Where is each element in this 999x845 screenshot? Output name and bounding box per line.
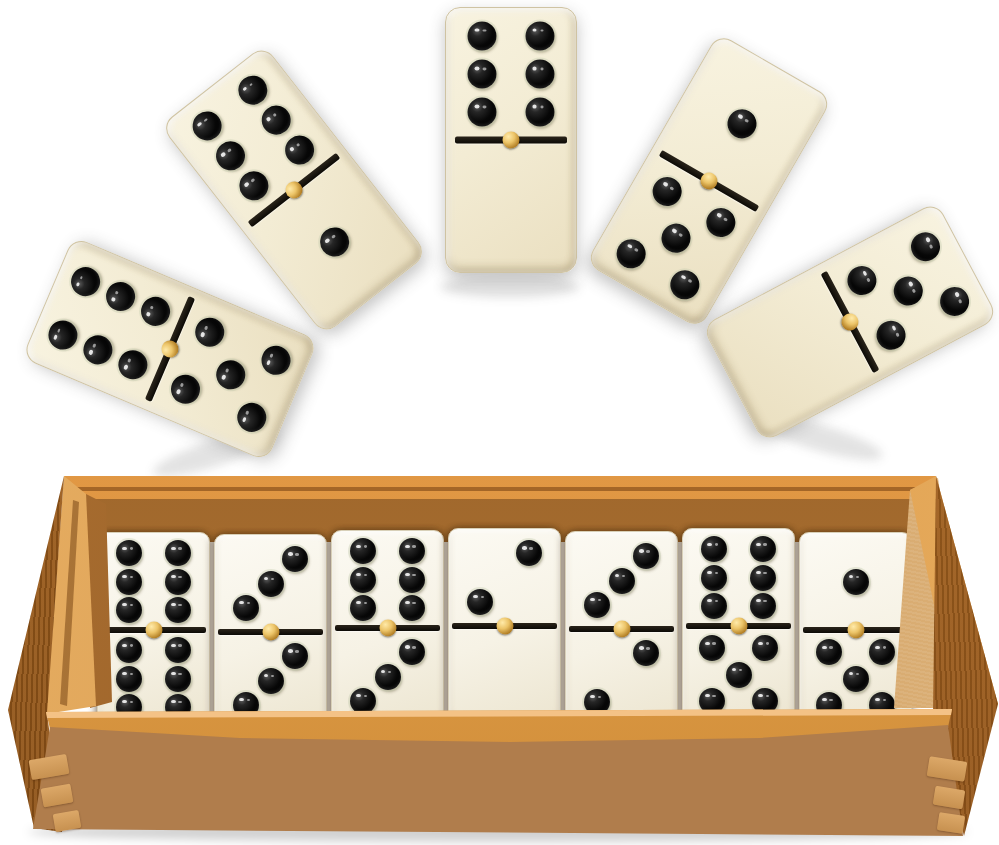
pip bbox=[647, 172, 687, 212]
pip bbox=[257, 341, 295, 379]
brass-spinner bbox=[379, 620, 396, 637]
pip bbox=[165, 597, 191, 623]
brass-spinner bbox=[847, 622, 864, 639]
domino-half-0 bbox=[446, 140, 576, 272]
pip bbox=[165, 569, 191, 595]
pip bbox=[843, 569, 869, 595]
pip bbox=[234, 165, 275, 206]
box-domino-6-3 bbox=[331, 530, 444, 726]
pip bbox=[187, 105, 228, 146]
domino-half-3 bbox=[215, 535, 326, 632]
pip bbox=[165, 666, 191, 692]
pip bbox=[872, 316, 911, 355]
pip bbox=[116, 569, 142, 595]
box-domino-2-0 bbox=[448, 528, 561, 724]
pip bbox=[167, 371, 205, 409]
pip bbox=[843, 666, 869, 692]
pip bbox=[633, 543, 659, 569]
pip bbox=[399, 639, 425, 665]
pip bbox=[869, 639, 895, 665]
pip bbox=[889, 271, 928, 310]
pip bbox=[233, 595, 259, 621]
domino-set-product-photo bbox=[0, 0, 999, 845]
pip bbox=[137, 293, 175, 331]
pip bbox=[101, 278, 139, 316]
pip bbox=[468, 98, 497, 127]
fan-domino-6-0 bbox=[445, 7, 577, 273]
pip bbox=[79, 331, 117, 369]
pip bbox=[468, 21, 497, 50]
pip bbox=[116, 666, 142, 692]
pip bbox=[258, 668, 284, 694]
pip bbox=[256, 100, 297, 141]
brass-spinner bbox=[496, 618, 513, 635]
pip bbox=[165, 540, 191, 566]
domino-half-3 bbox=[566, 532, 677, 629]
pip bbox=[212, 356, 250, 394]
pip bbox=[525, 60, 554, 89]
box-domino-3-2 bbox=[565, 531, 678, 727]
pip bbox=[282, 546, 308, 572]
pip bbox=[399, 538, 425, 564]
pip bbox=[66, 263, 104, 301]
pip bbox=[701, 593, 727, 619]
pip bbox=[726, 662, 752, 688]
pip bbox=[752, 635, 778, 661]
pip bbox=[750, 593, 776, 619]
pip bbox=[258, 571, 284, 597]
pip bbox=[116, 597, 142, 623]
pip bbox=[611, 234, 651, 274]
pip bbox=[165, 637, 191, 663]
domino-half-1 bbox=[800, 533, 911, 630]
pip bbox=[350, 595, 376, 621]
pip bbox=[116, 637, 142, 663]
pip bbox=[525, 98, 554, 127]
domino-half-0 bbox=[449, 626, 560, 723]
brass-spinner bbox=[262, 624, 279, 641]
pip bbox=[232, 398, 270, 436]
pip bbox=[399, 595, 425, 621]
domino-half-6 bbox=[98, 533, 209, 630]
fan-tile-cast-shadow bbox=[440, 276, 580, 298]
pip bbox=[935, 282, 974, 321]
pip bbox=[701, 203, 741, 243]
pip bbox=[584, 592, 610, 618]
pip bbox=[843, 261, 882, 300]
pip bbox=[467, 589, 493, 615]
domino-half-3 bbox=[332, 628, 443, 725]
domino-half-5 bbox=[683, 626, 794, 723]
pip bbox=[722, 104, 762, 144]
box-domino-3-3 bbox=[214, 534, 327, 730]
pip bbox=[44, 316, 82, 354]
pip bbox=[399, 567, 425, 593]
domino-half-6 bbox=[332, 531, 443, 628]
finger-joint bbox=[937, 812, 965, 834]
pip bbox=[750, 565, 776, 591]
pip bbox=[350, 567, 376, 593]
pip bbox=[468, 60, 497, 89]
pip bbox=[210, 135, 251, 176]
pip bbox=[232, 70, 273, 111]
pip bbox=[116, 540, 142, 566]
brass-spinner bbox=[503, 132, 520, 149]
pip bbox=[279, 130, 320, 171]
pip bbox=[699, 635, 725, 661]
domino-half-6 bbox=[446, 8, 576, 140]
brass-spinner bbox=[613, 621, 630, 638]
pip bbox=[314, 222, 355, 263]
pip bbox=[701, 536, 727, 562]
pip bbox=[350, 538, 376, 564]
pip bbox=[905, 227, 944, 266]
domino-half-6 bbox=[683, 529, 794, 626]
pip bbox=[609, 568, 635, 594]
pip bbox=[350, 688, 376, 714]
pip bbox=[525, 21, 554, 50]
pip bbox=[750, 536, 776, 562]
pip bbox=[816, 639, 842, 665]
pip bbox=[633, 640, 659, 666]
pip bbox=[665, 265, 705, 305]
pip bbox=[656, 218, 696, 258]
pip bbox=[701, 565, 727, 591]
pip bbox=[375, 664, 401, 690]
pip bbox=[516, 540, 542, 566]
pip bbox=[114, 345, 152, 383]
pip bbox=[282, 643, 308, 669]
brass-spinner bbox=[730, 618, 747, 635]
domino-half-2 bbox=[449, 529, 560, 626]
brass-spinner bbox=[145, 622, 162, 639]
box-domino-6-5 bbox=[682, 528, 795, 724]
pip bbox=[191, 313, 229, 351]
box-domino-6-6 bbox=[97, 532, 210, 728]
